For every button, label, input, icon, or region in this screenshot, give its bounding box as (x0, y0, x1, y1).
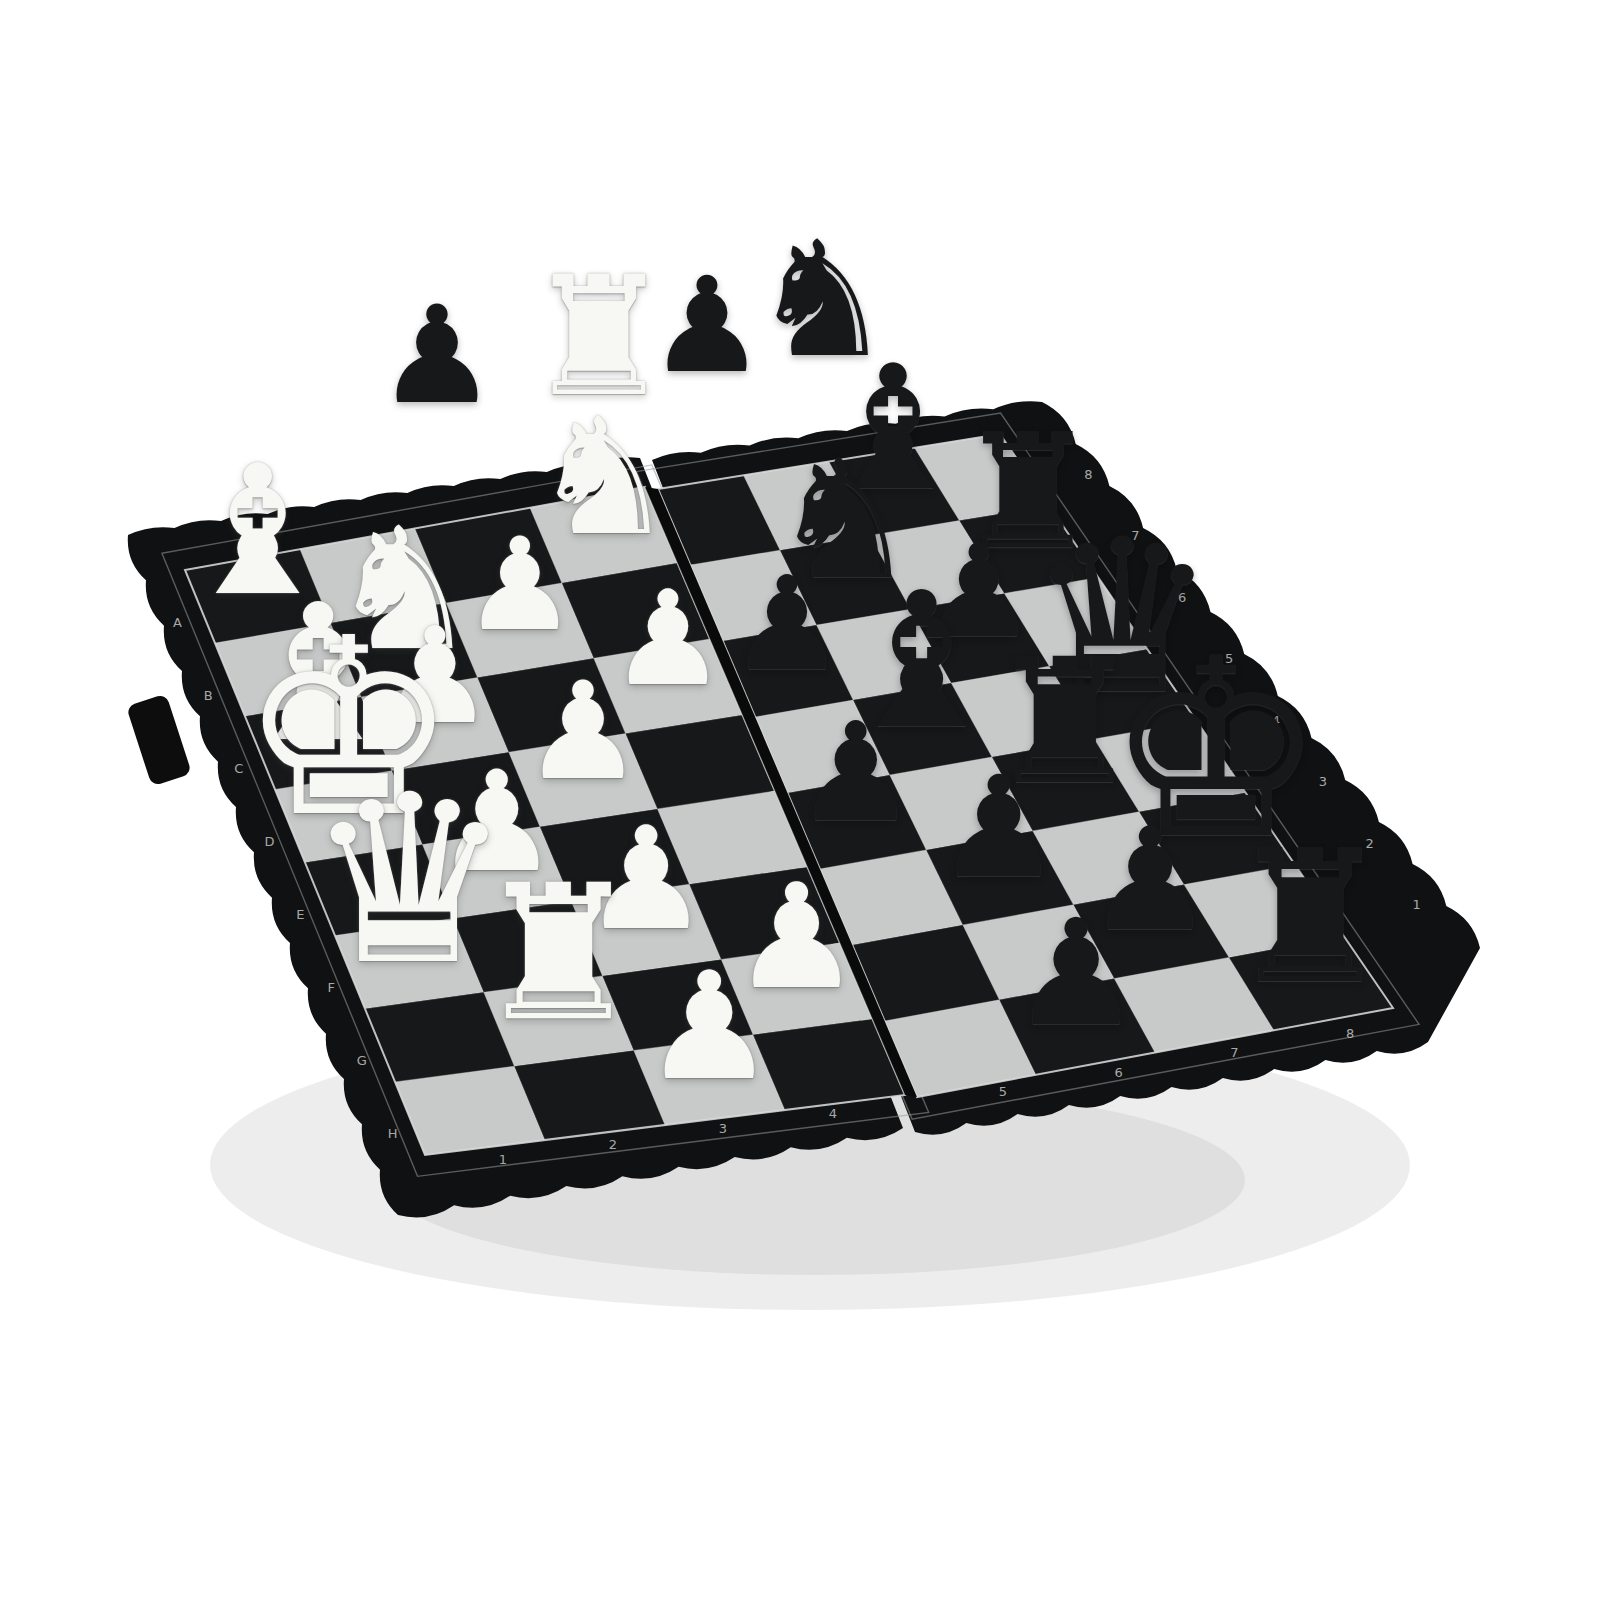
coord-label-sw-H: H (388, 1126, 398, 1141)
coord-label-near_right-6: 6 (1114, 1065, 1122, 1080)
offboard-black-knight-4[interactable]: ♞ (750, 220, 893, 380)
offboard-black-pawn-3[interactable]: ♟ (648, 259, 766, 391)
coord-label-near_left-2: 2 (609, 1137, 617, 1152)
coord-label-near_left-3: 3 (719, 1121, 727, 1136)
coord-label-sw-E: E (296, 907, 304, 922)
coord-label-ne-1: 1 (1412, 897, 1420, 912)
coord-label-near_right-7: 7 (1230, 1045, 1238, 1060)
black-pawn-c5[interactable]: ♟ (729, 559, 846, 689)
black-pawn-e5[interactable]: ♟ (794, 704, 917, 841)
product-photo: ABCDEFGH8765432112345678 ♝♞♜♞♝♟♟♞♟♟♛♟♝♝♟… (0, 0, 1600, 1600)
coord-label-near_right-5: 5 (999, 1084, 1007, 1099)
white-pawn-h3[interactable]: ♟ (642, 952, 776, 1101)
offboard-black-pawn-1[interactable]: ♟ (376, 288, 497, 423)
black-pawn-h6[interactable]: ♟ (1010, 900, 1142, 1047)
coord-label-near_left-4: 4 (829, 1106, 837, 1121)
case-clasp (126, 694, 192, 787)
coord-label-near_right-8: 8 (1346, 1026, 1354, 1041)
black-rook-h8[interactable]: ♜ (1228, 825, 1393, 1009)
black-pawn-f6[interactable]: ♟ (936, 757, 1062, 897)
coord-label-sw-G: G (357, 1053, 367, 1068)
white-rook-g2[interactable]: ♜ (475, 860, 643, 1047)
coord-label-sw-B: B (204, 688, 213, 703)
coord-label-near_left-1: 1 (499, 1152, 507, 1167)
